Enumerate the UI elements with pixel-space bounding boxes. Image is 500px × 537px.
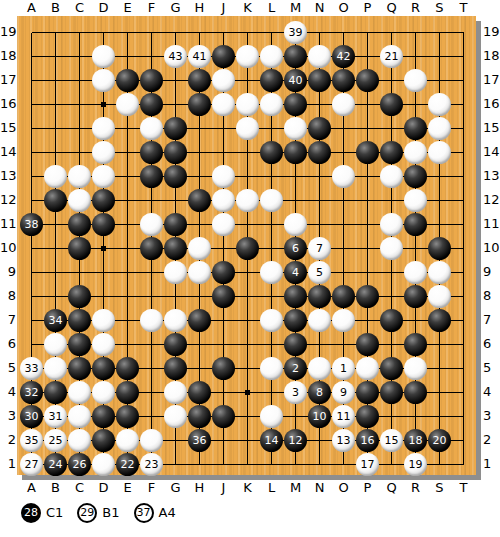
black-stone <box>116 69 139 92</box>
white-stone <box>212 189 235 212</box>
black-stone <box>308 285 331 308</box>
white-stone <box>428 285 451 308</box>
coord-label-row-9: 9 <box>483 265 500 279</box>
coord-label-col-K: K <box>236 481 260 495</box>
coord-label-col-A: A <box>20 1 44 15</box>
coord-label-row-19: 19 <box>483 25 500 39</box>
coord-label-col-K: K <box>236 1 260 15</box>
coord-label-col-E: E <box>116 481 140 495</box>
star-point <box>245 390 250 395</box>
black-stone <box>380 381 403 404</box>
black-stone <box>332 285 355 308</box>
white-stone <box>68 429 91 452</box>
coord-label-row-8: 8 <box>483 289 500 303</box>
white-stone <box>284 117 307 140</box>
coord-label-col-C: C <box>68 481 92 495</box>
white-stone <box>188 261 211 284</box>
white-stone <box>380 237 403 260</box>
black-stone <box>164 213 187 236</box>
coord-label-col-S: S <box>428 1 452 15</box>
coord-label-row-6: 6 <box>483 337 500 351</box>
white-stone <box>380 165 403 188</box>
coord-label-col-R: R <box>404 1 428 15</box>
white-stone <box>308 45 331 68</box>
coord-label-col-L: L <box>260 481 284 495</box>
black-stone-numbered: 20 <box>428 429 451 452</box>
coord-label-col-Q: Q <box>380 481 404 495</box>
white-stone-numbered: 17 <box>356 453 379 476</box>
coord-label-row-17: 17 <box>483 73 500 87</box>
black-stone <box>188 381 211 404</box>
coord-label-row-11: 11 <box>483 217 500 231</box>
black-stone <box>92 405 115 428</box>
caption-white-stone: 37 <box>134 503 154 523</box>
black-stone <box>188 405 211 428</box>
coord-label-row-11: 11 <box>0 217 16 231</box>
black-stone <box>356 405 379 428</box>
white-stone <box>116 429 139 452</box>
white-stone <box>92 381 115 404</box>
white-stone <box>260 189 283 212</box>
coord-label-col-N: N <box>308 1 332 15</box>
white-stone <box>380 213 403 236</box>
white-stone <box>188 237 211 260</box>
coord-label-row-10: 10 <box>483 241 500 255</box>
black-stone-numbered: 12 <box>284 429 307 452</box>
black-stone <box>380 309 403 332</box>
white-stone <box>260 309 283 332</box>
black-stone-numbered: 18 <box>404 429 427 452</box>
coord-label-col-S: S <box>428 481 452 495</box>
black-stone <box>140 69 163 92</box>
black-stone <box>380 357 403 380</box>
coord-label-col-D: D <box>92 1 116 15</box>
white-stone-numbered: 3 <box>284 381 307 404</box>
black-stone-numbered: 36 <box>188 429 211 452</box>
black-stone <box>92 357 115 380</box>
black-stone <box>164 165 187 188</box>
coord-label-row-1: 1 <box>483 457 500 471</box>
white-stone <box>44 333 67 356</box>
black-stone <box>188 309 211 332</box>
black-stone <box>404 285 427 308</box>
coord-label-col-P: P <box>356 1 380 15</box>
white-stone <box>212 165 235 188</box>
black-stone-numbered: 22 <box>116 453 139 476</box>
black-stone-numbered: 30 <box>20 405 43 428</box>
white-stone-numbered: 5 <box>308 261 331 284</box>
white-stone <box>164 381 187 404</box>
coord-label-row-10: 10 <box>0 241 16 255</box>
star-point <box>101 102 106 107</box>
white-stone-numbered: 21 <box>380 45 403 68</box>
black-stone <box>284 309 307 332</box>
white-stone <box>332 309 355 332</box>
black-stone-numbered: 42 <box>332 45 355 68</box>
coord-label-row-7: 7 <box>483 313 500 327</box>
coord-label-row-6: 6 <box>0 337 16 351</box>
white-stone <box>212 69 235 92</box>
white-stone <box>428 261 451 284</box>
white-stone-numbered: 13 <box>332 429 355 452</box>
black-stone <box>356 381 379 404</box>
black-stone <box>308 141 331 164</box>
coord-label-row-14: 14 <box>0 145 16 159</box>
coord-label-col-O: O <box>332 1 356 15</box>
coord-label-col-B: B <box>44 1 68 15</box>
coord-label-row-3: 3 <box>483 409 500 423</box>
coord-label-col-T: T <box>452 1 476 15</box>
coord-label-row-8: 8 <box>0 289 16 303</box>
black-stone <box>212 405 235 428</box>
white-stone <box>404 141 427 164</box>
black-stone <box>164 117 187 140</box>
coord-label-row-5: 5 <box>0 361 16 375</box>
black-stone <box>68 333 91 356</box>
coord-label-row-18: 18 <box>483 49 500 63</box>
white-stone <box>92 165 115 188</box>
white-stone <box>428 141 451 164</box>
black-stone <box>236 237 259 260</box>
white-stone <box>260 45 283 68</box>
coord-label-row-15: 15 <box>0 121 16 135</box>
white-stone <box>260 405 283 428</box>
white-stone <box>68 381 91 404</box>
coord-label-col-H: H <box>188 1 212 15</box>
white-stone-numbered: 35 <box>20 429 43 452</box>
white-stone <box>308 309 331 332</box>
black-stone-numbered: 34 <box>44 309 67 332</box>
white-stone <box>68 165 91 188</box>
black-stone <box>212 357 235 380</box>
star-point <box>101 246 106 251</box>
coord-label-row-12: 12 <box>0 193 16 207</box>
black-stone-numbered: 2 <box>284 357 307 380</box>
black-stone <box>380 93 403 116</box>
white-stone <box>284 213 307 236</box>
white-stone-numbered: 25 <box>44 429 67 452</box>
white-stone <box>92 117 115 140</box>
black-stone <box>284 285 307 308</box>
black-stone-numbered: 38 <box>20 213 43 236</box>
coord-label-col-B: B <box>44 481 68 495</box>
black-stone-numbered: 16 <box>356 429 379 452</box>
white-stone <box>332 93 355 116</box>
black-stone-numbered: 10 <box>308 405 331 428</box>
coord-label-row-16: 16 <box>483 97 500 111</box>
white-stone <box>164 309 187 332</box>
white-stone <box>260 93 283 116</box>
coord-label-col-R: R <box>404 481 428 495</box>
white-stone <box>92 333 115 356</box>
black-stone <box>140 141 163 164</box>
black-stone <box>44 189 67 212</box>
white-stone <box>44 357 67 380</box>
black-stone <box>308 69 331 92</box>
white-stone <box>92 453 115 476</box>
coord-label-row-15: 15 <box>483 121 500 135</box>
coord-label-row-17: 17 <box>0 73 16 87</box>
black-stone <box>212 261 235 284</box>
white-stone <box>140 309 163 332</box>
white-stone <box>428 117 451 140</box>
white-stone <box>92 141 115 164</box>
white-stone <box>116 93 139 116</box>
coord-label-row-5: 5 <box>483 361 500 375</box>
black-stone <box>140 165 163 188</box>
white-stone <box>68 189 91 212</box>
coord-label-col-D: D <box>92 481 116 495</box>
black-stone <box>164 357 187 380</box>
white-stone <box>164 405 187 428</box>
white-stone-numbered: 9 <box>332 381 355 404</box>
coord-label-row-13: 13 <box>483 169 500 183</box>
white-stone-numbered: 43 <box>164 45 187 68</box>
black-stone <box>212 45 235 68</box>
caption-white-stone: 29 <box>77 503 97 523</box>
coord-label-col-F: F <box>140 1 164 15</box>
coord-label-col-M: M <box>284 481 308 495</box>
white-stone <box>68 405 91 428</box>
white-stone <box>404 69 427 92</box>
black-stone-numbered: 14 <box>260 429 283 452</box>
coord-label-row-19: 19 <box>0 25 16 39</box>
coord-label-col-L: L <box>260 1 284 15</box>
black-stone <box>260 141 283 164</box>
coord-label-col-Q: Q <box>380 1 404 15</box>
black-stone <box>164 237 187 260</box>
black-stone <box>284 93 307 116</box>
coord-label-col-C: C <box>68 1 92 15</box>
black-stone <box>356 141 379 164</box>
white-stone <box>140 117 163 140</box>
black-stone <box>356 69 379 92</box>
white-stone <box>92 45 115 68</box>
black-stone <box>308 117 331 140</box>
coord-label-col-J: J <box>212 1 236 15</box>
black-stone <box>380 141 403 164</box>
move-caption: 28C129B137A4 <box>21 502 185 523</box>
coord-label-col-O: O <box>332 481 356 495</box>
white-stone <box>236 117 259 140</box>
white-stone <box>428 93 451 116</box>
white-stone-numbered: 11 <box>332 405 355 428</box>
white-stone <box>236 45 259 68</box>
coord-label-col-F: F <box>140 481 164 495</box>
black-stone <box>92 429 115 452</box>
coord-label-row-18: 18 <box>0 49 16 63</box>
black-stone-numbered: 6 <box>284 237 307 260</box>
coord-label-row-2: 2 <box>0 433 16 447</box>
black-stone <box>68 285 91 308</box>
coord-label-row-2: 2 <box>483 433 500 447</box>
go-diagram: ABCDEFGHJKLMNOPQRST ABCDEFGHJKLMNOPQRST … <box>0 0 500 537</box>
coord-label-row-7: 7 <box>0 313 16 327</box>
white-stone-numbered: 41 <box>188 45 211 68</box>
black-stone <box>428 237 451 260</box>
black-stone <box>92 189 115 212</box>
black-stone <box>68 237 91 260</box>
black-stone <box>164 141 187 164</box>
white-stone <box>404 357 427 380</box>
white-stone-numbered: 39 <box>284 21 307 44</box>
black-stone <box>68 357 91 380</box>
black-stone <box>68 309 91 332</box>
black-stone <box>284 45 307 68</box>
black-stone <box>212 285 235 308</box>
coord-label-col-H: H <box>188 481 212 495</box>
coord-label-row-3: 3 <box>0 409 16 423</box>
black-stone <box>404 333 427 356</box>
white-stone <box>164 261 187 284</box>
white-stone <box>140 213 163 236</box>
coord-label-col-T: T <box>452 481 476 495</box>
black-stone <box>404 213 427 236</box>
black-stone <box>404 381 427 404</box>
black-stone <box>260 69 283 92</box>
black-stone-numbered: 24 <box>44 453 67 476</box>
white-stone <box>236 189 259 212</box>
white-stone <box>332 165 355 188</box>
caption-black-stone: 28 <box>21 503 41 523</box>
white-stone <box>260 261 283 284</box>
coord-label-row-4: 4 <box>0 385 16 399</box>
black-stone <box>188 93 211 116</box>
go-board[interactable]: 3943414221403867453433213238930311011352… <box>17 16 476 475</box>
black-stone <box>140 93 163 116</box>
white-stone <box>140 429 163 452</box>
black-stone <box>140 237 163 260</box>
white-stone-numbered: 19 <box>404 453 427 476</box>
black-stone <box>356 333 379 356</box>
white-stone-numbered: 33 <box>20 357 43 380</box>
coord-label-row-14: 14 <box>483 145 500 159</box>
white-stone <box>92 69 115 92</box>
white-stone <box>212 93 235 116</box>
black-stone <box>44 381 67 404</box>
caption-coord-text: B1 <box>102 505 119 520</box>
black-stone <box>404 165 427 188</box>
white-stone-numbered: 15 <box>380 429 403 452</box>
black-stone <box>116 357 139 380</box>
black-stone-numbered: 40 <box>284 69 307 92</box>
white-stone <box>260 357 283 380</box>
coord-label-row-4: 4 <box>483 385 500 399</box>
coord-label-col-A: A <box>20 481 44 495</box>
white-stone <box>308 357 331 380</box>
coord-label-col-J: J <box>212 481 236 495</box>
coord-label-row-1: 1 <box>0 457 16 471</box>
coord-label-row-9: 9 <box>0 265 16 279</box>
white-stone-numbered: 27 <box>20 453 43 476</box>
caption-coord-text: A4 <box>159 505 176 520</box>
coord-label-col-G: G <box>164 1 188 15</box>
white-stone-numbered: 7 <box>308 237 331 260</box>
coord-label-col-N: N <box>308 481 332 495</box>
caption-coord-text: C1 <box>46 505 63 520</box>
black-stone <box>356 285 379 308</box>
white-stone <box>404 189 427 212</box>
coord-label-row-12: 12 <box>483 193 500 207</box>
black-stone <box>404 117 427 140</box>
black-stone <box>68 213 91 236</box>
black-stone <box>116 381 139 404</box>
white-stone <box>44 165 67 188</box>
white-stone <box>236 93 259 116</box>
white-stone <box>356 357 379 380</box>
black-stone-numbered: 32 <box>20 381 43 404</box>
coord-label-row-16: 16 <box>0 97 16 111</box>
black-stone <box>92 213 115 236</box>
black-stone <box>332 69 355 92</box>
coord-label-row-13: 13 <box>0 169 16 183</box>
white-stone <box>212 213 235 236</box>
black-stone <box>284 333 307 356</box>
black-stone <box>188 69 211 92</box>
black-stone <box>164 333 187 356</box>
black-stone <box>188 189 211 212</box>
black-stone <box>284 141 307 164</box>
white-stone-numbered: 23 <box>140 453 163 476</box>
white-stone <box>92 309 115 332</box>
black-stone <box>428 309 451 332</box>
black-stone-numbered: 8 <box>308 381 331 404</box>
coord-label-col-M: M <box>284 1 308 15</box>
black-stone-numbered: 4 <box>284 261 307 284</box>
coord-label-col-P: P <box>356 481 380 495</box>
coord-label-col-E: E <box>116 1 140 15</box>
white-stone-numbered: 31 <box>44 405 67 428</box>
coord-label-col-G: G <box>164 481 188 495</box>
black-stone <box>116 405 139 428</box>
black-stone-numbered: 26 <box>68 453 91 476</box>
white-stone <box>404 261 427 284</box>
white-stone-numbered: 1 <box>332 357 355 380</box>
